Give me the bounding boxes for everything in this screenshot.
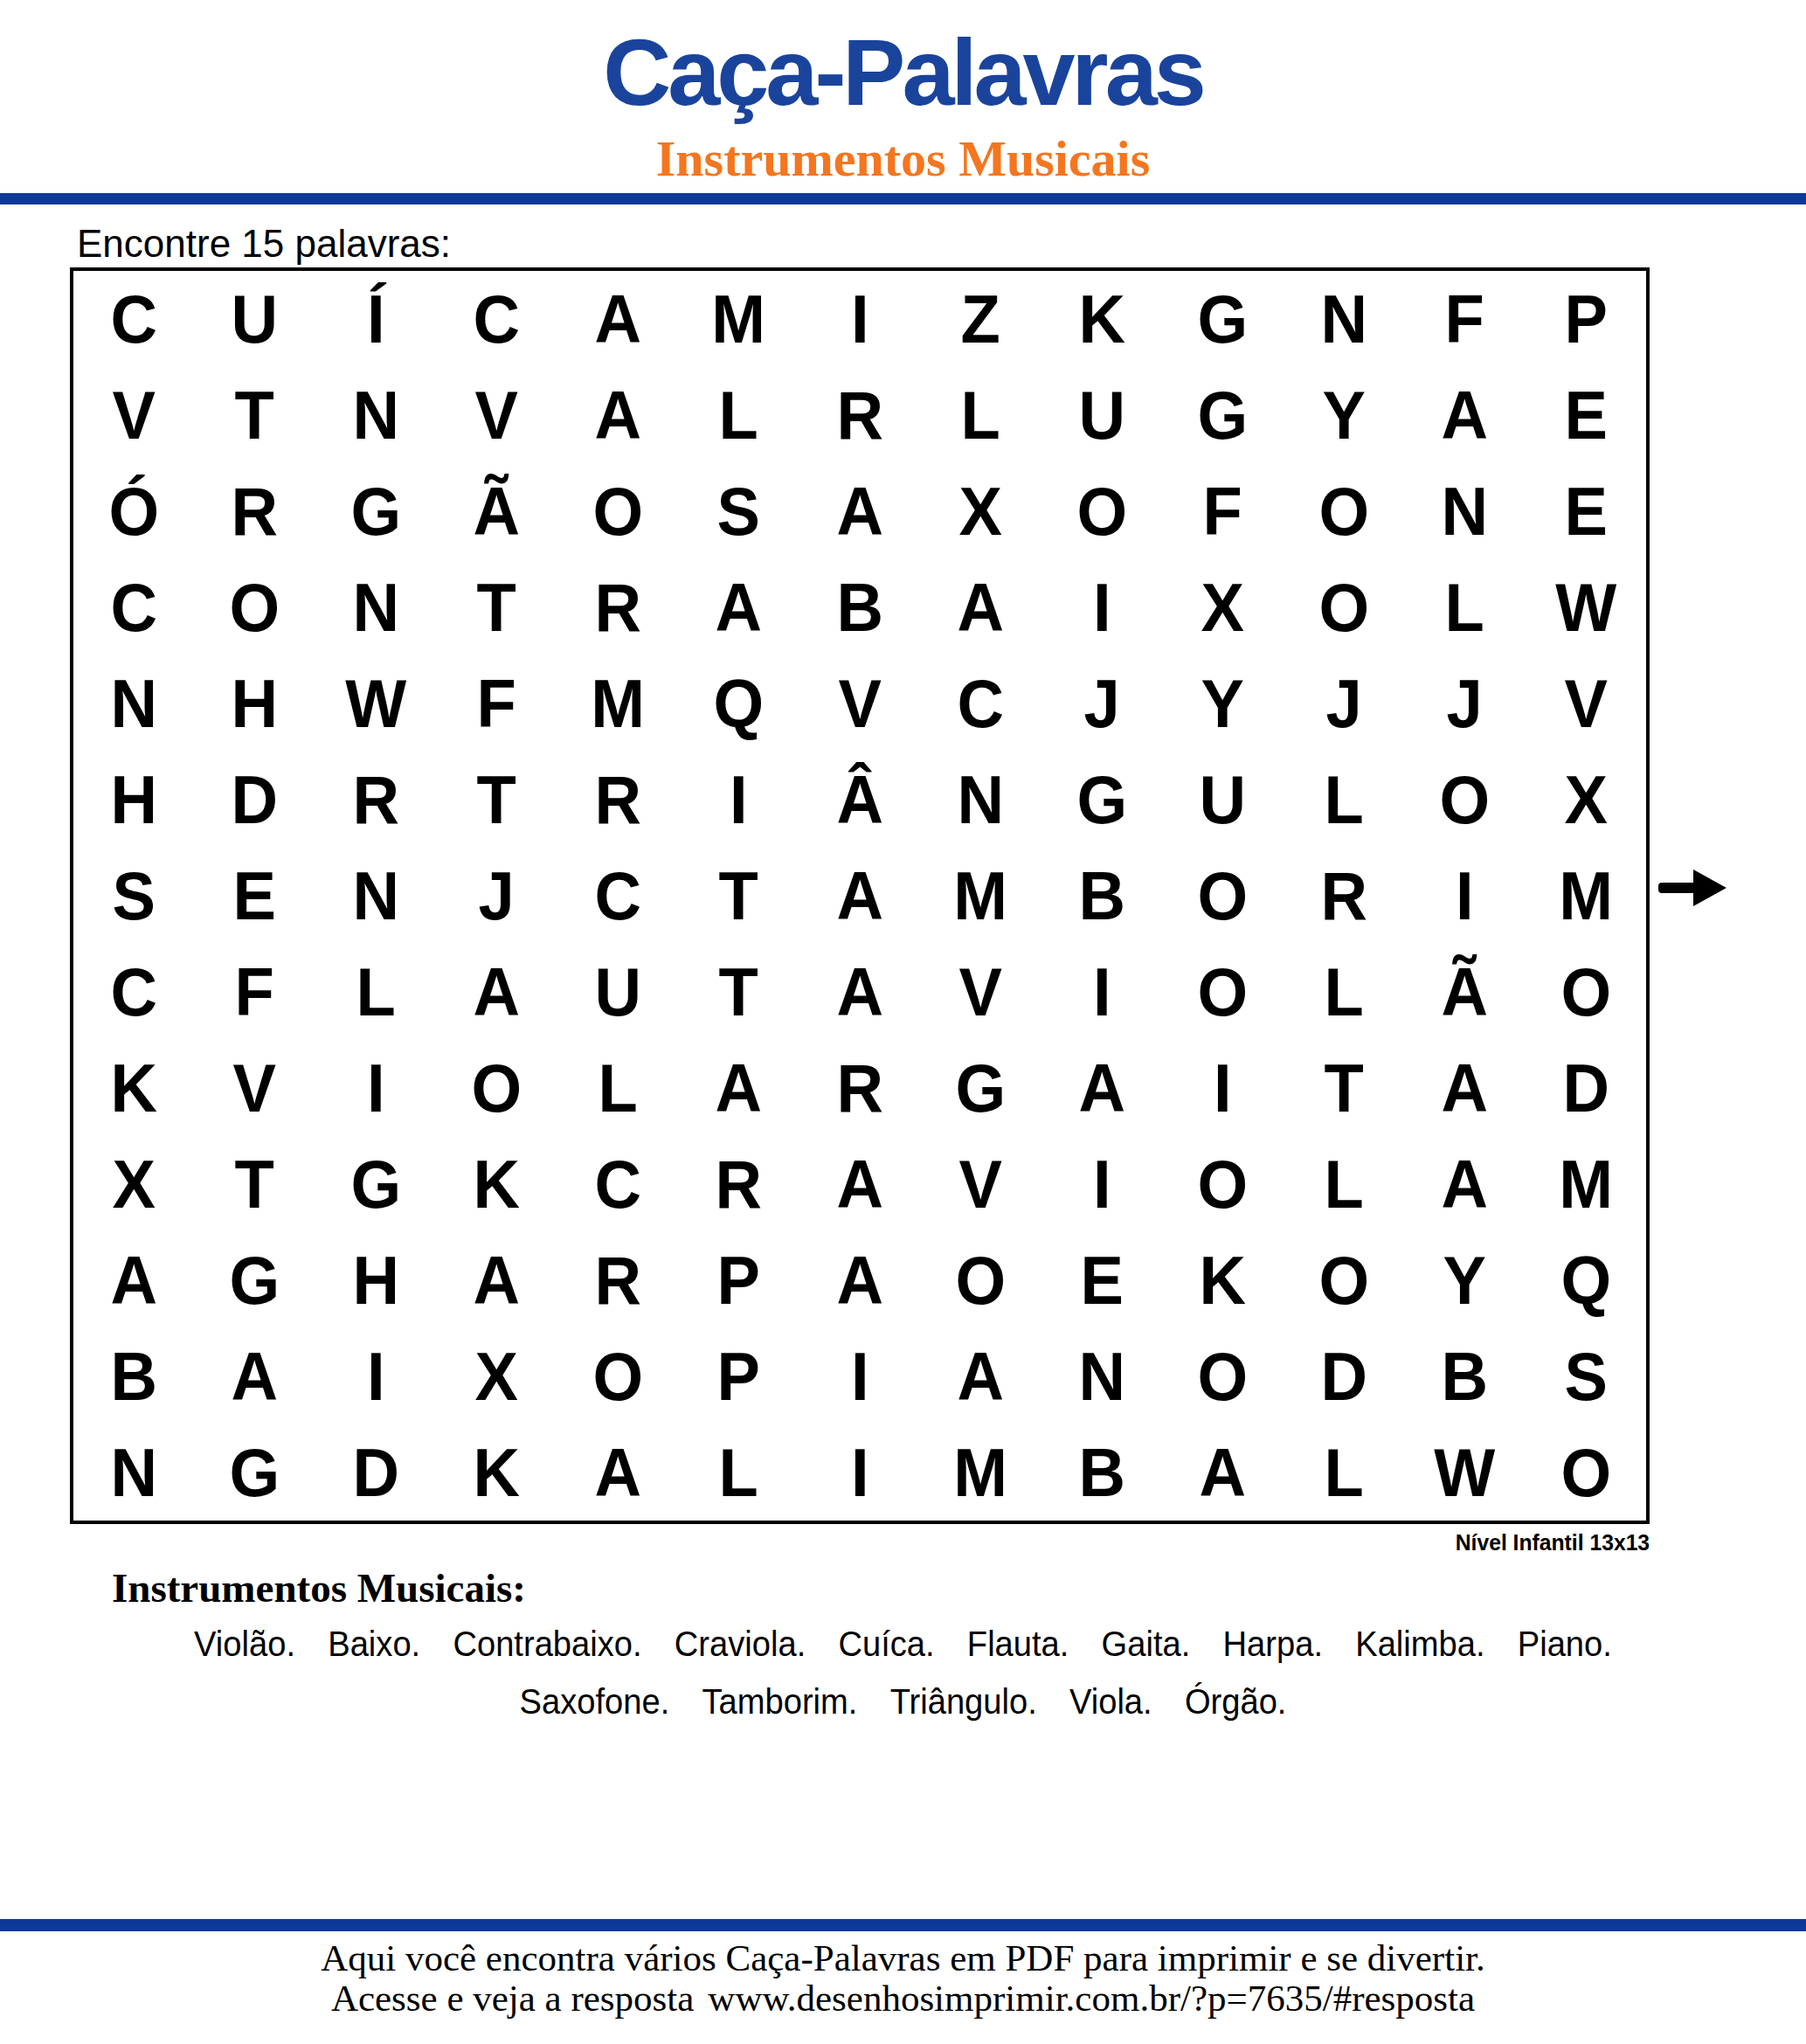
grid-cell-r11-c4[interactable]: A <box>439 1232 555 1328</box>
grid-cell-r1-c13[interactable]: P <box>1528 271 1643 367</box>
grid-cell-r10-c4[interactable]: K <box>439 1136 555 1232</box>
grid-cell-r3-c7[interactable]: A <box>802 463 917 559</box>
grid-cell-r10-c6[interactable]: R <box>682 1136 797 1232</box>
grid-cell-r5-c10[interactable]: Y <box>1166 655 1281 752</box>
word-list-title: Instrumentos Musicais: <box>112 1564 526 1611</box>
instruction-text: Encontre 15 palavras: <box>77 222 451 266</box>
right-arrow-icon <box>1658 870 1726 906</box>
grid-cell-r5-c5[interactable]: M <box>560 655 675 752</box>
grid-cell-r2-c12[interactable]: A <box>1408 367 1523 463</box>
grid-cell-r13-c4[interactable]: K <box>439 1424 555 1521</box>
grid-cell-r4-c2[interactable]: O <box>197 559 313 655</box>
grid-cell-r8-c13[interactable]: O <box>1528 944 1643 1040</box>
word-item: Cuíca. <box>838 1624 934 1665</box>
grid-cell-r13-c10[interactable]: A <box>1166 1424 1281 1521</box>
grid-cell-r12-c3[interactable]: I <box>318 1328 433 1424</box>
grid-cell-r10-c2[interactable]: T <box>197 1136 313 1232</box>
grid-cell-r8-c3[interactable]: L <box>318 944 433 1040</box>
word-item: Órgão. <box>1185 1681 1287 1722</box>
grid-cell-r9-c4[interactable]: O <box>439 1040 555 1136</box>
grid-cell-r4-c5[interactable]: R <box>560 559 675 655</box>
grid-cell-r11-c1[interactable]: A <box>76 1232 191 1328</box>
grid-cell-r8-c2[interactable]: F <box>197 944 313 1040</box>
grid-cell-r2-c11[interactable]: Y <box>1286 367 1401 463</box>
word-list-line-1: Violão.Baixo.Contrabaixo.Craviola.Cuíca.… <box>63 1624 1742 1665</box>
grid-cell-r12-c12[interactable]: B <box>1408 1328 1523 1424</box>
grid-cell-r7-c6[interactable]: T <box>682 848 797 944</box>
grid-cell-r12-c4[interactable]: X <box>439 1328 555 1424</box>
grid-cell-r5-c11[interactable]: J <box>1286 655 1401 752</box>
grid-cell-r4-c3[interactable]: N <box>318 559 433 655</box>
grid-cell-r5-c4[interactable]: F <box>439 655 555 752</box>
word-item: Kalimba. <box>1355 1624 1484 1665</box>
grid-cell-r3-c1[interactable]: Ó <box>76 463 191 559</box>
grid-cell-r2-c4[interactable]: V <box>439 367 555 463</box>
grid-cell-r4-c13[interactable]: W <box>1528 559 1643 655</box>
grid-cell-r3-c2[interactable]: R <box>197 463 313 559</box>
grid-cell-r7-c3[interactable]: N <box>318 848 433 944</box>
grid-cell-r9-c10[interactable]: I <box>1166 1040 1281 1136</box>
grid-cell-r13-c11[interactable]: L <box>1286 1424 1401 1521</box>
grid-cell-r13-c2[interactable]: G <box>197 1424 313 1521</box>
grid-cell-r4-c4[interactable]: T <box>439 559 555 655</box>
grid-cell-r9-c6[interactable]: A <box>682 1040 797 1136</box>
grid-cell-r7-c11[interactable]: R <box>1286 848 1401 944</box>
grid-cell-r2-c6[interactable]: L <box>682 367 797 463</box>
grid-cell-r4-c10[interactable]: X <box>1166 559 1281 655</box>
grid-cell-r2-c13[interactable]: E <box>1528 367 1643 463</box>
grid-cell-r1-c3[interactable]: Í <box>318 271 433 367</box>
grid-cell-r7-c8[interactable]: M <box>924 848 1039 944</box>
grid-cell-r6-c8[interactable]: N <box>924 752 1039 848</box>
word-item: Violão. <box>194 1624 295 1665</box>
grid-cell-r13-c7[interactable]: I <box>802 1424 917 1521</box>
grid-cell-r5-c1[interactable]: N <box>76 655 191 752</box>
grid-cell-r8-c12[interactable]: Ã <box>1408 944 1523 1040</box>
grid-cell-r5-c7[interactable]: V <box>802 655 917 752</box>
grid-cell-r10-c1[interactable]: X <box>76 1136 191 1232</box>
grid-cell-r9-c3[interactable]: I <box>318 1040 433 1136</box>
grid-cell-r13-c13[interactable]: O <box>1528 1424 1643 1521</box>
word-item: Baixo. <box>328 1624 420 1665</box>
grid-cell-r1-c4[interactable]: C <box>439 271 555 367</box>
grid-cell-r1-c8[interactable]: Z <box>924 271 1039 367</box>
grid-cell-r12-c6[interactable]: P <box>682 1328 797 1424</box>
level-label: Nível Infantil 13x13 <box>1456 1529 1650 1556</box>
word-item: Gaita. <box>1102 1624 1191 1665</box>
grid-cell-r11-c10[interactable]: K <box>1166 1232 1281 1328</box>
grid-cell-r2-c10[interactable]: G <box>1166 367 1281 463</box>
grid-cell-r1-c2[interactable]: U <box>197 271 313 367</box>
grid-cell-r3-c9[interactable]: O <box>1044 463 1159 559</box>
grid-cell-r5-c12[interactable]: J <box>1408 655 1523 752</box>
grid-cell-r6-c6[interactable]: I <box>682 752 797 848</box>
grid-cell-r9-c2[interactable]: V <box>197 1040 313 1136</box>
grid-cell-r6-c10[interactable]: U <box>1166 752 1281 848</box>
page-subtitle: Instrumentos Musicais <box>0 129 1806 188</box>
grid-cell-r6-c2[interactable]: D <box>197 752 313 848</box>
grid-cell-r3-c10[interactable]: F <box>1166 463 1281 559</box>
grid-cell-r9-c7[interactable]: R <box>802 1040 917 1136</box>
grid-cell-r11-c6[interactable]: P <box>682 1232 797 1328</box>
grid-cell-r5-c9[interactable]: J <box>1044 655 1159 752</box>
grid-cell-r8-c5[interactable]: U <box>560 944 675 1040</box>
grid-cell-r6-c13[interactable]: X <box>1528 752 1643 848</box>
grid-cell-r13-c3[interactable]: D <box>318 1424 433 1521</box>
grid-cell-r12-c11[interactable]: D <box>1286 1328 1401 1424</box>
grid-cell-r9-c1[interactable]: K <box>76 1040 191 1136</box>
grid-cell-r11-c8[interactable]: O <box>924 1232 1039 1328</box>
grid-cell-r8-c1[interactable]: C <box>76 944 191 1040</box>
top-divider-bar <box>0 193 1806 204</box>
word-item: Flauta. <box>967 1624 1069 1665</box>
grid-cell-r4-c6[interactable]: A <box>682 559 797 655</box>
grid-cell-r11-c5[interactable]: R <box>560 1232 675 1328</box>
grid-cell-r3-c13[interactable]: E <box>1528 463 1643 559</box>
grid-cell-r6-c12[interactable]: O <box>1408 752 1523 848</box>
grid-cell-r3-c4[interactable]: Ã <box>439 463 555 559</box>
grid-cell-r2-c3[interactable]: N <box>318 367 433 463</box>
grid-cell-r1-c6[interactable]: M <box>682 271 797 367</box>
footer-url: www.desenhosimprimir.com.br/?p=7635/#res… <box>708 1978 1475 2019</box>
grid-cell-r8-c4[interactable]: A <box>439 944 555 1040</box>
word-item: Craviola. <box>675 1624 806 1665</box>
grid-cell-r1-c1[interactable]: C <box>76 271 191 367</box>
grid-cell-r10-c5[interactable]: C <box>560 1136 675 1232</box>
grid-cell-r1-c5[interactable]: A <box>560 271 675 367</box>
grid-cell-r7-c12[interactable]: I <box>1408 848 1523 944</box>
grid-cell-r11-c13[interactable]: Q <box>1528 1232 1643 1328</box>
footer-text: Aqui você encontra vários Caça-Palavras … <box>0 1937 1806 1979</box>
grid-cell-r4-c1[interactable]: C <box>76 559 191 655</box>
grid-cell-r10-c3[interactable]: G <box>318 1136 433 1232</box>
grid-cell-r4-c8[interactable]: A <box>924 559 1039 655</box>
grid-cell-r12-c8[interactable]: A <box>924 1328 1039 1424</box>
grid-cell-r3-c12[interactable]: N <box>1408 463 1523 559</box>
grid-cell-r13-c9[interactable]: B <box>1044 1424 1159 1521</box>
grid-cell-r7-c4[interactable]: J <box>439 848 555 944</box>
grid-cell-r5-c3[interactable]: W <box>318 655 433 752</box>
grid-cell-r2-c1[interactable]: V <box>76 367 191 463</box>
grid-cell-r11-c7[interactable]: A <box>802 1232 917 1328</box>
grid-cell-r3-c11[interactable]: O <box>1286 463 1401 559</box>
grid-cell-r2-c2[interactable]: T <box>197 367 313 463</box>
grid-cell-r8-c10[interactable]: O <box>1166 944 1281 1040</box>
grid-cell-r3-c5[interactable]: O <box>560 463 675 559</box>
grid-cell-r7-c7[interactable]: A <box>802 848 917 944</box>
word-item: Viola. <box>1069 1681 1152 1722</box>
word-item: Piano. <box>1518 1624 1612 1665</box>
word-list-line-2: Saxofone.Tamborim.Triângulo.Viola.Órgão. <box>63 1681 1742 1722</box>
grid-cell-r11-c3[interactable]: H <box>318 1232 433 1328</box>
grid-cell-r8-c9[interactable]: I <box>1044 944 1159 1040</box>
grid-cell-r13-c1[interactable]: N <box>76 1424 191 1521</box>
grid-cell-r12-c5[interactable]: O <box>560 1328 675 1424</box>
word-item: Tamborim. <box>702 1681 857 1722</box>
grid-cell-r6-c9[interactable]: G <box>1044 752 1159 848</box>
grid-cell-r5-c8[interactable]: C <box>924 655 1039 752</box>
grid-cell-r13-c12[interactable]: W <box>1408 1424 1523 1521</box>
grid-cell-r12-c13[interactable]: S <box>1528 1328 1643 1424</box>
grid-cell-r2-c5[interactable]: A <box>560 367 675 463</box>
grid-cell-r6-c4[interactable]: T <box>439 752 555 848</box>
grid-cell-r9-c9[interactable]: A <box>1044 1040 1159 1136</box>
grid-cell-r11-c11[interactable]: O <box>1286 1232 1401 1328</box>
grid-cell-r9-c8[interactable]: G <box>924 1040 1039 1136</box>
grid-cell-r8-c8[interactable]: V <box>924 944 1039 1040</box>
grid-cell-r2-c7[interactable]: R <box>802 367 917 463</box>
grid-cell-r3-c6[interactable]: S <box>682 463 797 559</box>
grid-cell-r1-c9[interactable]: K <box>1044 271 1159 367</box>
grid-cell-r7-c2[interactable]: E <box>197 848 313 944</box>
grid-cell-r1-c12[interactable]: F <box>1408 271 1523 367</box>
grid-cell-r13-c6[interactable]: L <box>682 1424 797 1521</box>
grid-cell-r3-c3[interactable]: G <box>318 463 433 559</box>
grid-cell-r1-c11[interactable]: N <box>1286 271 1401 367</box>
grid-cell-r7-c9[interactable]: B <box>1044 848 1159 944</box>
grid-cell-r12-c9[interactable]: N <box>1044 1328 1159 1424</box>
grid-cell-r6-c1[interactable]: H <box>76 752 191 848</box>
grid-cell-r7-c1[interactable]: S <box>76 848 191 944</box>
grid-cell-r9-c12[interactable]: A <box>1408 1040 1523 1136</box>
grid-cell-r12-c1[interactable]: B <box>76 1328 191 1424</box>
grid-cell-r4-c7[interactable]: B <box>802 559 917 655</box>
footer-link-line: Acesse e veja a respostawww.desenhosimpr… <box>0 1977 1806 2020</box>
grid-cell-r2-c9[interactable]: U <box>1044 367 1159 463</box>
grid-cell-r13-c5[interactable]: A <box>560 1424 675 1521</box>
grid-cell-r8-c6[interactable]: T <box>682 944 797 1040</box>
grid-cell-r2-c8[interactable]: L <box>924 367 1039 463</box>
grid-cell-r10-c7[interactable]: A <box>802 1136 917 1232</box>
grid-cell-r9-c5[interactable]: L <box>560 1040 675 1136</box>
grid-cell-r11-c9[interactable]: E <box>1044 1232 1159 1328</box>
grid-cell-r13-c8[interactable]: M <box>924 1424 1039 1521</box>
grid-cell-r7-c10[interactable]: O <box>1166 848 1281 944</box>
grid-cell-r5-c2[interactable]: H <box>197 655 313 752</box>
grid-cell-r6-c7[interactable]: Â <box>802 752 917 848</box>
grid-cell-r9-c13[interactable]: D <box>1528 1040 1643 1136</box>
grid-cell-r10-c12[interactable]: A <box>1408 1136 1523 1232</box>
grid-cell-r10-c10[interactable]: O <box>1166 1136 1281 1232</box>
word-item: Contrabaixo. <box>453 1624 641 1665</box>
grid-cell-r1-c7[interactable]: I <box>802 271 917 367</box>
grid-cell-r10-c8[interactable]: V <box>924 1136 1039 1232</box>
word-grid: CUÍCAMIZKGNFPVTNVALRLUGYAEÓRGÃOSAXOFONEC… <box>70 267 1650 1524</box>
grid-cell-r10-c9[interactable]: I <box>1044 1136 1159 1232</box>
grid-cell-r7-c5[interactable]: C <box>560 848 675 944</box>
grid-cell-r5-c13[interactable]: V <box>1528 655 1643 752</box>
grid-cell-r10-c11[interactable]: L <box>1286 1136 1401 1232</box>
grid-cell-r6-c11[interactable]: L <box>1286 752 1401 848</box>
grid-cell-r12-c2[interactable]: A <box>197 1328 313 1424</box>
grid-cell-r5-c6[interactable]: Q <box>682 655 797 752</box>
footer-link-prefix: Acesse e veja a resposta <box>331 1978 694 2019</box>
page-title: Caça-Palavras <box>0 21 1806 125</box>
grid-cell-r3-c8[interactable]: X <box>924 463 1039 559</box>
grid-cell-r4-c12[interactable]: L <box>1408 559 1523 655</box>
word-item: Harpa. <box>1223 1624 1323 1665</box>
grid-cell-r7-c13[interactable]: M <box>1528 848 1643 944</box>
grid-cell-r12-c7[interactable]: I <box>802 1328 917 1424</box>
worksheet-page: Caça-Palavras Instrumentos Musicais Enco… <box>0 0 1806 2044</box>
grid-cell-r4-c9[interactable]: I <box>1044 559 1159 655</box>
grid-cell-r9-c11[interactable]: T <box>1286 1040 1401 1136</box>
grid-cell-r4-c11[interactable]: O <box>1286 559 1401 655</box>
grid-cell-r1-c10[interactable]: G <box>1166 271 1281 367</box>
grid-cell-r8-c7[interactable]: A <box>802 944 917 1040</box>
grid-cell-r10-c13[interactable]: M <box>1528 1136 1643 1232</box>
grid-cell-r12-c10[interactable]: O <box>1166 1328 1281 1424</box>
bottom-divider-bar <box>0 1919 1806 1931</box>
grid-cell-r8-c11[interactable]: L <box>1286 944 1401 1040</box>
grid-cell-r6-c5[interactable]: R <box>560 752 675 848</box>
word-item: Saxofone. <box>520 1681 670 1722</box>
grid-cell-r6-c3[interactable]: R <box>318 752 433 848</box>
grid-cell-r11-c12[interactable]: Y <box>1408 1232 1523 1328</box>
word-item: Triângulo. <box>890 1681 1037 1722</box>
grid-cell-r11-c2[interactable]: G <box>197 1232 313 1328</box>
